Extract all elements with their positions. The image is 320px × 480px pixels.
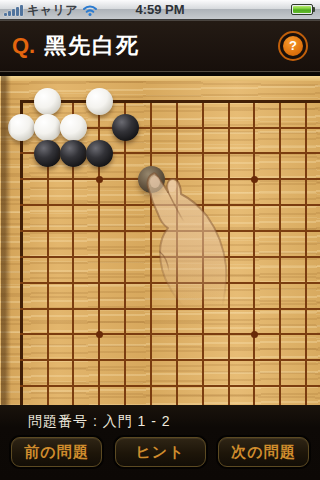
grid-line-horizontal xyxy=(20,359,320,361)
grid-line-horizontal xyxy=(20,308,320,310)
stone-black-C17 xyxy=(60,140,87,167)
grid-line-horizontal xyxy=(20,230,320,232)
help-button[interactable]: ? xyxy=(278,31,308,61)
stone-black-B17 xyxy=(34,140,61,167)
star-point xyxy=(251,331,258,338)
grid-line-horizontal xyxy=(20,256,320,258)
title-bar: Q. 黑先白死 ? xyxy=(0,20,320,72)
stone-white-B19 xyxy=(34,88,61,115)
hand-silhouette xyxy=(148,173,227,308)
bottom-panel: 問題番号 : 入門 1 - 2 前の問題 ヒント 次の問題 xyxy=(0,405,320,480)
stone-black-D17 xyxy=(86,140,113,167)
prev-problem-button[interactable]: 前の問題 xyxy=(11,437,102,467)
battery-icon xyxy=(291,4,315,15)
go-board[interactable] xyxy=(0,76,320,405)
stone-white-C18 xyxy=(60,114,87,141)
grid-line-horizontal xyxy=(20,178,320,180)
stone-black-E18 xyxy=(112,114,139,141)
placing-stone-F16 xyxy=(138,166,165,193)
nav-button-row: 前の問題 ヒント 次の問題 xyxy=(0,437,320,467)
app-screen: キャリア 4:59 PM Q. 黑先白死 ? xyxy=(0,0,320,480)
star-point xyxy=(96,176,103,183)
question-mark-icon: ? xyxy=(283,36,303,56)
question-prefix: Q. xyxy=(12,33,35,59)
stone-white-B18 xyxy=(34,114,61,141)
grid-line-horizontal xyxy=(20,204,320,206)
star-point xyxy=(251,176,258,183)
status-bar: キャリア 4:59 PM xyxy=(0,0,320,20)
grid-line-horizontal xyxy=(20,385,320,387)
next-problem-button[interactable]: 次の問題 xyxy=(218,437,309,467)
hint-button[interactable]: ヒント xyxy=(115,437,206,467)
clock-label: 4:59 PM xyxy=(0,0,320,20)
page-title: 黑先白死 xyxy=(44,31,278,61)
grid-line-horizontal xyxy=(20,333,320,335)
stone-white-D19 xyxy=(86,88,113,115)
grid-line-horizontal xyxy=(20,100,320,103)
stone-white-A18 xyxy=(8,114,35,141)
grid-line-horizontal xyxy=(20,282,320,284)
problem-number-label: 問題番号 : 入門 1 - 2 xyxy=(28,413,320,431)
star-point xyxy=(96,331,103,338)
